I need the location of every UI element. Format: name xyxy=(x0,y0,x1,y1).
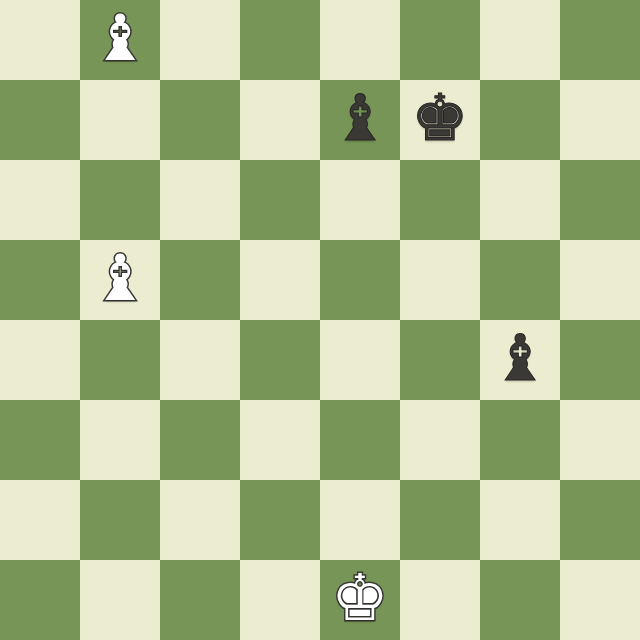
square-b4[interactable] xyxy=(80,320,160,400)
square-f7[interactable]: ♚ xyxy=(400,80,480,160)
square-f6[interactable] xyxy=(400,160,480,240)
square-c8[interactable] xyxy=(160,0,240,80)
square-c7[interactable] xyxy=(160,80,240,160)
square-e8[interactable] xyxy=(320,0,400,80)
square-h7[interactable] xyxy=(560,80,640,160)
square-g4[interactable]: ♝ xyxy=(480,320,560,400)
square-e7[interactable]: ♝ xyxy=(320,80,400,160)
square-e3[interactable] xyxy=(320,400,400,480)
square-b6[interactable] xyxy=(80,160,160,240)
chess-board: ♝♝♚♝♝♚ xyxy=(0,0,640,640)
piece-white-bishop-b5[interactable]: ♝ xyxy=(91,238,148,318)
square-d1[interactable] xyxy=(240,560,320,640)
square-d4[interactable] xyxy=(240,320,320,400)
square-h2[interactable] xyxy=(560,480,640,560)
piece-black-bishop-e7[interactable]: ♝ xyxy=(331,78,388,158)
square-g1[interactable] xyxy=(480,560,560,640)
square-b1[interactable] xyxy=(80,560,160,640)
square-b7[interactable] xyxy=(80,80,160,160)
square-e5[interactable] xyxy=(320,240,400,320)
square-d2[interactable] xyxy=(240,480,320,560)
square-g3[interactable] xyxy=(480,400,560,480)
square-e6[interactable] xyxy=(320,160,400,240)
square-b5[interactable]: ♝ xyxy=(80,240,160,320)
square-c3[interactable] xyxy=(160,400,240,480)
square-a3[interactable] xyxy=(0,400,80,480)
square-d7[interactable] xyxy=(240,80,320,160)
square-f3[interactable] xyxy=(400,400,480,480)
square-g2[interactable] xyxy=(480,480,560,560)
piece-white-king-e1[interactable]: ♚ xyxy=(331,558,388,638)
square-h6[interactable] xyxy=(560,160,640,240)
square-e4[interactable] xyxy=(320,320,400,400)
square-f4[interactable] xyxy=(400,320,480,400)
square-b3[interactable] xyxy=(80,400,160,480)
square-c5[interactable] xyxy=(160,240,240,320)
square-g6[interactable] xyxy=(480,160,560,240)
square-a2[interactable] xyxy=(0,480,80,560)
square-a1[interactable] xyxy=(0,560,80,640)
square-a5[interactable] xyxy=(0,240,80,320)
square-d3[interactable] xyxy=(240,400,320,480)
square-a8[interactable] xyxy=(0,0,80,80)
square-d6[interactable] xyxy=(240,160,320,240)
square-d8[interactable] xyxy=(240,0,320,80)
square-g8[interactable] xyxy=(480,0,560,80)
piece-black-bishop-g4[interactable]: ♝ xyxy=(491,318,548,398)
square-h1[interactable] xyxy=(560,560,640,640)
square-f8[interactable] xyxy=(400,0,480,80)
square-d5[interactable] xyxy=(240,240,320,320)
square-c2[interactable] xyxy=(160,480,240,560)
square-e2[interactable] xyxy=(320,480,400,560)
square-h8[interactable] xyxy=(560,0,640,80)
square-c4[interactable] xyxy=(160,320,240,400)
square-h4[interactable] xyxy=(560,320,640,400)
square-e1[interactable]: ♚ xyxy=(320,560,400,640)
square-f1[interactable] xyxy=(400,560,480,640)
square-g5[interactable] xyxy=(480,240,560,320)
square-a7[interactable] xyxy=(0,80,80,160)
square-b2[interactable] xyxy=(80,480,160,560)
square-c6[interactable] xyxy=(160,160,240,240)
square-a4[interactable] xyxy=(0,320,80,400)
square-h5[interactable] xyxy=(560,240,640,320)
square-h3[interactable] xyxy=(560,400,640,480)
square-b8[interactable]: ♝ xyxy=(80,0,160,80)
square-f2[interactable] xyxy=(400,480,480,560)
square-g7[interactable] xyxy=(480,80,560,160)
piece-white-bishop-b8[interactable]: ♝ xyxy=(91,0,148,78)
square-a6[interactable] xyxy=(0,160,80,240)
square-c1[interactable] xyxy=(160,560,240,640)
piece-black-king-f7[interactable]: ♚ xyxy=(411,78,468,158)
square-f5[interactable] xyxy=(400,240,480,320)
